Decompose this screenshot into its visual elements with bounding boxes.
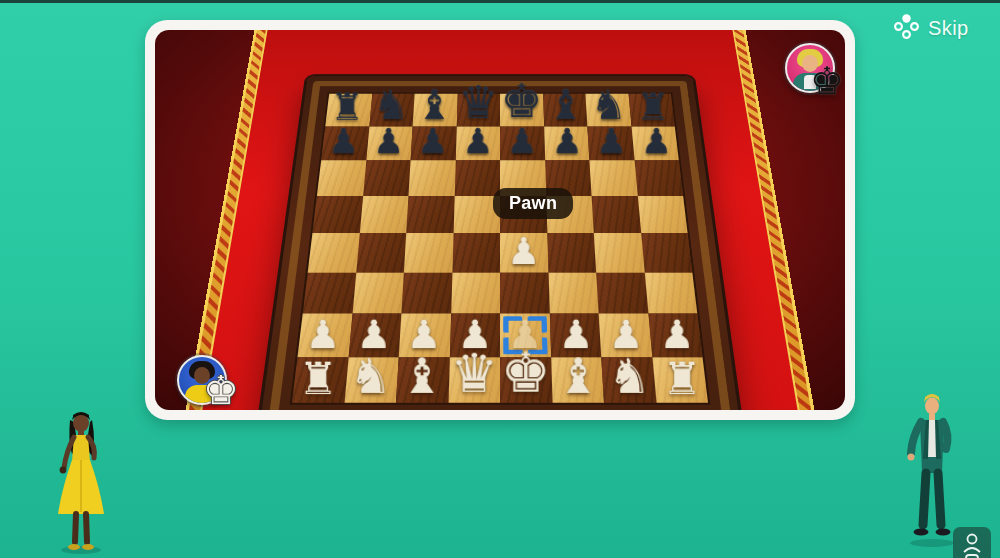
square-b7[interactable]: ♟ [366,126,413,160]
square-d3[interactable] [451,272,500,313]
avatar-face [194,367,210,384]
piece-black-queen[interactable]: ♛ [458,81,498,124]
piece-black-pawn[interactable]: ♟ [373,125,404,158]
square-g3[interactable] [596,272,648,313]
piece-white-knight[interactable]: ♞ [349,354,392,400]
black-player-avatar [785,43,835,93]
piece-white-pawn[interactable]: ♟ [659,317,694,354]
square-h7[interactable]: ♟ [631,126,679,160]
square-d4[interactable] [452,233,500,272]
square-d7[interactable]: ♟ [455,126,500,160]
square-e7[interactable]: ♟ [500,126,545,160]
square-h2[interactable]: ♟ [648,313,703,356]
selection-cursor-corner [527,337,547,354]
carpet: ♜♞♝♛♚♝♞♜♟♟♟♟♟♟♟♟♟♟♟♟♟♟♟♟♟♜♞♝♛♚♝♞♜ [155,30,845,410]
square-a4[interactable] [308,233,360,272]
piece-black-bishop[interactable]: ♝ [416,85,453,124]
avatar-face [802,55,818,72]
selection-cursor-corner [503,316,522,333]
square-g2[interactable]: ♟ [599,313,652,356]
piece-black-bishop[interactable]: ♝ [547,85,584,124]
square-a2[interactable]: ♟ [298,313,353,356]
square-a7[interactable]: ♟ [321,126,369,160]
piece-white-pawn[interactable]: ♟ [507,234,540,269]
square-f3[interactable] [548,272,599,313]
square-f7[interactable]: ♟ [544,126,590,160]
square-f4[interactable] [547,233,596,272]
square-c3[interactable] [401,272,452,313]
piece-black-rook[interactable]: ♜ [636,88,670,124]
piece-name-tooltip: Pawn [493,188,573,219]
piece-white-pawn[interactable]: ♟ [407,317,442,354]
square-h5[interactable] [637,196,687,233]
square-h3[interactable] [644,272,697,313]
square-a3[interactable] [303,272,356,313]
skip-button[interactable]: Skip [893,13,969,44]
piece-white-pawn[interactable]: ♟ [356,317,391,354]
square-e3[interactable] [500,272,549,313]
piece-white-rook[interactable]: ♜ [662,357,702,399]
piece-black-pawn[interactable]: ♟ [328,125,359,158]
piece-black-pawn[interactable]: ♟ [641,125,672,158]
square-c7[interactable]: ♟ [411,126,457,160]
white-player-avatar [177,355,227,405]
piece-white-rook[interactable]: ♜ [298,357,338,399]
selection-cursor-corner [527,316,547,333]
square-c4[interactable] [404,233,453,272]
skip-label: Skip [928,17,969,40]
piece-black-pawn[interactable]: ♟ [596,125,627,158]
chess-board: ♜♞♝♛♚♝♞♜♟♟♟♟♟♟♟♟♟♟♟♟♟♟♟♟♟♜♞♝♛♚♝♞♜ [259,76,740,410]
game-scene: ♜♞♝♛♚♝♞♜♟♟♟♟♟♟♟♟♟♟♟♟♟♟♟♟♟♜♞♝♛♚♝♞♜ Pawn ♚… [155,30,845,410]
square-c5[interactable] [406,196,454,233]
piece-black-rook[interactable]: ♜ [331,88,365,124]
piece-white-pawn[interactable]: ♟ [558,317,593,354]
square-g4[interactable] [594,233,644,272]
piece-white-knight[interactable]: ♞ [608,354,651,400]
square-b3[interactable] [352,272,404,313]
game-window: ♜♞♝♛♚♝♞♜♟♟♟♟♟♟♟♟♟♟♟♟♟♟♟♟♟♜♞♝♛♚♝♞♜ Pawn ♚… [145,20,855,420]
avatar-shirt [804,75,816,89]
selection-cursor-corner [503,337,523,354]
piece-white-pawn[interactable]: ♟ [457,317,492,354]
square-b5[interactable] [359,196,408,233]
piece-white-pawn[interactable]: ♟ [609,317,644,354]
square-d2[interactable]: ♟ [449,313,500,356]
character-woman-yellow-dress [48,408,114,558]
square-f2[interactable]: ♟ [549,313,601,356]
square-g5[interactable] [592,196,641,233]
square-c2[interactable]: ♟ [399,313,451,356]
square-a5[interactable] [312,196,362,233]
piece-black-pawn[interactable]: ♟ [507,125,538,158]
piece-black-king[interactable]: ♚ [501,80,543,125]
player-figure-icon [953,527,991,558]
square-b4[interactable] [356,233,406,272]
square-g7[interactable]: ♟ [587,126,634,160]
piece-black-pawn[interactable]: ♟ [551,125,582,158]
square-e4[interactable]: ♟ [500,233,548,272]
piece-white-pawn[interactable]: ♟ [306,317,341,354]
button-cluster-icon [893,13,920,44]
square-h4[interactable] [641,233,693,272]
piece-black-pawn[interactable]: ♟ [462,125,493,158]
piece-black-pawn[interactable]: ♟ [418,125,449,158]
square-b2[interactable]: ♟ [348,313,401,356]
letterbox-line [0,0,1000,3]
square-e2[interactable]: ♟ [500,313,551,356]
